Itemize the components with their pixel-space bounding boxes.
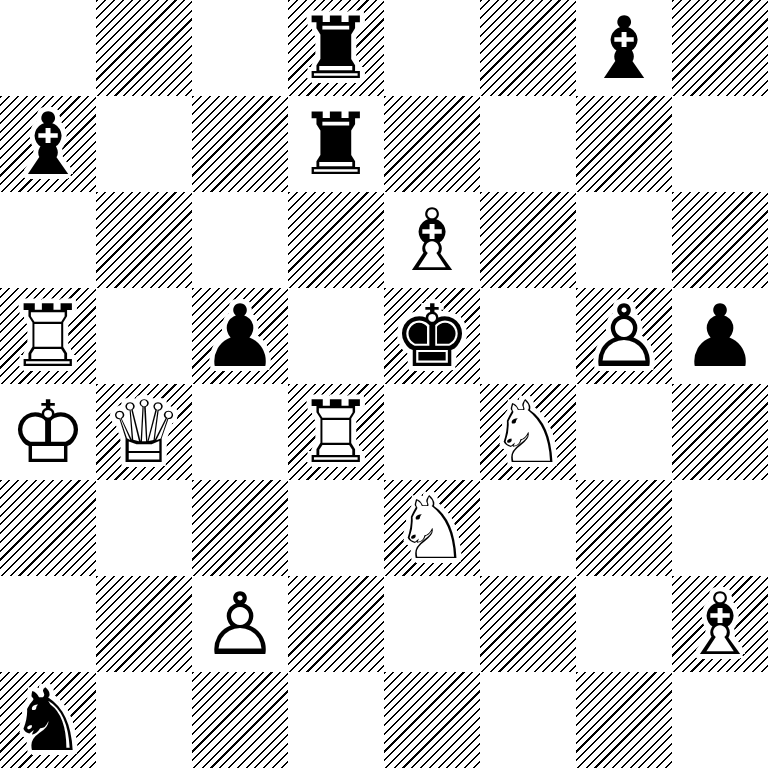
square-b2[interactable] xyxy=(96,576,192,672)
square-d7[interactable]: ♜♜ xyxy=(288,96,384,192)
square-c8[interactable] xyxy=(192,0,288,96)
square-f6[interactable] xyxy=(480,192,576,288)
square-g5[interactable]: ♟♙ xyxy=(576,288,672,384)
white-bishop-icon: ♗ xyxy=(672,576,768,672)
white-pawn-icon: ♙ xyxy=(576,288,672,384)
square-f5[interactable] xyxy=(480,288,576,384)
square-b6[interactable] xyxy=(96,192,192,288)
square-d4[interactable]: ♜♖ xyxy=(288,384,384,480)
piece-white-bishop-h2[interactable]: ♝♗ xyxy=(672,576,768,672)
square-d3[interactable] xyxy=(288,480,384,576)
black-bishop-icon: ♝ xyxy=(0,96,96,192)
square-e7[interactable] xyxy=(384,96,480,192)
piece-white-rook-d4[interactable]: ♜♖ xyxy=(288,384,384,480)
square-g1[interactable] xyxy=(576,672,672,768)
square-f2[interactable] xyxy=(480,576,576,672)
black-bishop-icon: ♝ xyxy=(576,0,672,96)
square-h4[interactable] xyxy=(672,384,768,480)
square-d6[interactable] xyxy=(288,192,384,288)
piece-black-pawn-h5[interactable]: ♟♟ xyxy=(672,288,768,384)
piece-white-knight-f4[interactable]: ♞♘ xyxy=(480,384,576,480)
square-h1[interactable] xyxy=(672,672,768,768)
black-king-icon: ♚ xyxy=(384,288,480,384)
piece-white-king-a4[interactable]: ♚♔ xyxy=(0,384,96,480)
white-king-icon: ♔ xyxy=(0,384,96,480)
square-c7[interactable] xyxy=(192,96,288,192)
square-b5[interactable] xyxy=(96,288,192,384)
square-d2[interactable] xyxy=(288,576,384,672)
piece-black-rook-d7[interactable]: ♜♜ xyxy=(288,96,384,192)
square-f8[interactable] xyxy=(480,0,576,96)
square-c6[interactable] xyxy=(192,192,288,288)
piece-white-bishop-e6[interactable]: ♝♗ xyxy=(384,192,480,288)
square-a8[interactable] xyxy=(0,0,96,96)
square-h6[interactable] xyxy=(672,192,768,288)
square-c1[interactable] xyxy=(192,672,288,768)
square-g8[interactable]: ♝♝ xyxy=(576,0,672,96)
square-e6[interactable]: ♝♗ xyxy=(384,192,480,288)
square-h2[interactable]: ♝♗ xyxy=(672,576,768,672)
square-f3[interactable] xyxy=(480,480,576,576)
square-h3[interactable] xyxy=(672,480,768,576)
black-knight-icon: ♞ xyxy=(0,672,96,768)
chessboard: ♜♜♝♝♝♝♜♜♝♗♜♖♟♟♚♚♟♙♟♟♚♔♛♕♜♖♞♘♞♘♟♙♝♗♞♞ xyxy=(0,0,768,768)
black-rook-icon: ♜ xyxy=(288,0,384,96)
square-f7[interactable] xyxy=(480,96,576,192)
piece-white-queen-b4[interactable]: ♛♕ xyxy=(96,384,192,480)
piece-white-pawn-g5[interactable]: ♟♙ xyxy=(576,288,672,384)
piece-white-pawn-c2[interactable]: ♟♙ xyxy=(192,576,288,672)
piece-black-pawn-c5[interactable]: ♟♟ xyxy=(192,288,288,384)
square-g7[interactable] xyxy=(576,96,672,192)
square-a4[interactable]: ♚♔ xyxy=(0,384,96,480)
square-f1[interactable] xyxy=(480,672,576,768)
black-rook-icon: ♜ xyxy=(288,96,384,192)
piece-white-knight-e3[interactable]: ♞♘ xyxy=(384,480,480,576)
piece-black-king-e5[interactable]: ♚♚ xyxy=(384,288,480,384)
square-d5[interactable] xyxy=(288,288,384,384)
square-e4[interactable] xyxy=(384,384,480,480)
square-c2[interactable]: ♟♙ xyxy=(192,576,288,672)
piece-white-rook-a5[interactable]: ♜♖ xyxy=(0,288,96,384)
square-c3[interactable] xyxy=(192,480,288,576)
black-pawn-icon: ♟ xyxy=(672,288,768,384)
white-bishop-icon: ♗ xyxy=(384,192,480,288)
white-queen-icon: ♕ xyxy=(96,384,192,480)
piece-black-knight-a1[interactable]: ♞♞ xyxy=(0,672,96,768)
white-knight-icon: ♘ xyxy=(480,384,576,480)
square-b3[interactable] xyxy=(96,480,192,576)
square-d8[interactable]: ♜♜ xyxy=(288,0,384,96)
square-h7[interactable] xyxy=(672,96,768,192)
piece-black-rook-d8[interactable]: ♜♜ xyxy=(288,0,384,96)
square-g2[interactable] xyxy=(576,576,672,672)
square-a2[interactable] xyxy=(0,576,96,672)
square-a7[interactable]: ♝♝ xyxy=(0,96,96,192)
square-c5[interactable]: ♟♟ xyxy=(192,288,288,384)
square-b1[interactable] xyxy=(96,672,192,768)
square-a6[interactable] xyxy=(0,192,96,288)
square-f4[interactable]: ♞♘ xyxy=(480,384,576,480)
square-h8[interactable] xyxy=(672,0,768,96)
square-h5[interactable]: ♟♟ xyxy=(672,288,768,384)
black-pawn-icon: ♟ xyxy=(192,288,288,384)
piece-black-bishop-a7[interactable]: ♝♝ xyxy=(0,96,96,192)
white-rook-icon: ♖ xyxy=(0,288,96,384)
square-g3[interactable] xyxy=(576,480,672,576)
square-e5[interactable]: ♚♚ xyxy=(384,288,480,384)
square-b8[interactable] xyxy=(96,0,192,96)
square-g6[interactable] xyxy=(576,192,672,288)
square-g4[interactable] xyxy=(576,384,672,480)
square-e8[interactable] xyxy=(384,0,480,96)
white-rook-icon: ♖ xyxy=(288,384,384,480)
square-b7[interactable] xyxy=(96,96,192,192)
square-c4[interactable] xyxy=(192,384,288,480)
white-pawn-icon: ♙ xyxy=(192,576,288,672)
square-a3[interactable] xyxy=(0,480,96,576)
square-e1[interactable] xyxy=(384,672,480,768)
square-e2[interactable] xyxy=(384,576,480,672)
square-e3[interactable]: ♞♘ xyxy=(384,480,480,576)
piece-black-bishop-g8[interactable]: ♝♝ xyxy=(576,0,672,96)
square-d1[interactable] xyxy=(288,672,384,768)
square-b4[interactable]: ♛♕ xyxy=(96,384,192,480)
square-a1[interactable]: ♞♞ xyxy=(0,672,96,768)
square-a5[interactable]: ♜♖ xyxy=(0,288,96,384)
white-knight-icon: ♘ xyxy=(384,480,480,576)
